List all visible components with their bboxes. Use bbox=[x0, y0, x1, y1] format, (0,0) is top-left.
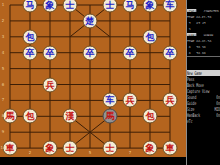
piece-cho-soldier[interactable]: 卒 bbox=[163, 45, 178, 60]
panel-divider bbox=[187, 56, 220, 57]
record-line: (CHO) COMPUTER bbox=[187, 6, 220, 12]
piece-cho-soldier[interactable]: 卒 bbox=[83, 45, 98, 60]
col-label: 6 bbox=[109, 151, 112, 155]
player-chip: (CHO) bbox=[187, 9, 196, 12]
row-label: 9 bbox=[2, 130, 5, 134]
piece-cho-soldier[interactable]: 卒 bbox=[23, 45, 38, 60]
piece-cho-chariot[interactable]: 车 bbox=[103, 93, 118, 108]
piece-han-soldier[interactable]: 兵 bbox=[43, 77, 58, 92]
row-label: 7 bbox=[2, 98, 5, 102]
piece-han-horse[interactable]: 馬 bbox=[103, 109, 118, 124]
row-label: 3 bbox=[2, 35, 5, 39]
col-label: 8 bbox=[149, 151, 152, 155]
piece-han-horse[interactable]: 馬 bbox=[3, 109, 18, 124]
row-label: 4 bbox=[2, 51, 5, 55]
row-label: 5 bbox=[2, 67, 5, 71]
piece-han-cannon[interactable]: 包 bbox=[23, 109, 38, 124]
col-label: 9 bbox=[169, 151, 172, 155]
piece-cho-cannon[interactable]: 包 bbox=[23, 29, 38, 44]
row-label: 2 bbox=[2, 19, 5, 23]
menu-items: New GamePassBack MoveCapture ViewSoundOn… bbox=[187, 70, 220, 124]
info-panel: < RECORD > (CHO) COMPUTERTIME 00:51:78 7… bbox=[186, 0, 220, 165]
status-bar: Com Think End !! Your Turn !! bbox=[0, 157, 186, 165]
piece-cho-cannon[interactable]: 包 bbox=[143, 29, 158, 44]
col-label: 1 bbox=[9, 151, 12, 155]
col-label: 4 bbox=[69, 151, 72, 155]
row-label: 10 bbox=[0, 146, 5, 150]
record-line: 8 70-98 bbox=[187, 48, 220, 54]
player-chip: (HAN) bbox=[187, 33, 196, 36]
janggi-app: 马象士士马象车楚包包卒卒卒卒卒兵车兵兵馬包漢馬包車象士士象車 123456789… bbox=[0, 0, 220, 165]
piece-han-cannon[interactable]: 包 bbox=[143, 109, 158, 124]
piece-han-soldier[interactable]: 兵 bbox=[123, 93, 138, 108]
piece-han-general-han[interactable]: 漢 bbox=[63, 109, 78, 124]
row-label: 8 bbox=[2, 114, 5, 118]
row-label: 1 bbox=[2, 3, 5, 7]
piece-cho-soldier[interactable]: 卒 bbox=[43, 45, 58, 60]
menu-item-value: On bbox=[216, 112, 220, 118]
piece-cho-soldier[interactable]: 卒 bbox=[123, 45, 138, 60]
col-label: 7 bbox=[129, 151, 132, 155]
piece-han-soldier[interactable]: 兵 bbox=[163, 93, 178, 108]
col-label: 2 bbox=[29, 151, 32, 155]
col-label: 5 bbox=[89, 151, 92, 155]
piece-cho-general-cho[interactable]: 楚 bbox=[83, 13, 98, 28]
row-label: 6 bbox=[2, 83, 5, 87]
record-lines: (CHO) COMPUTERTIME 00:51:78 7 07-47 3 --… bbox=[187, 6, 220, 54]
menu-item-etc[interactable]: eTc bbox=[187, 118, 220, 124]
col-label: 3 bbox=[49, 151, 52, 155]
janggi-board[interactable]: 马象士士马象车楚包包卒卒卒卒卒兵车兵兵馬包漢馬包車象士士象車 123456789… bbox=[0, 0, 186, 157]
